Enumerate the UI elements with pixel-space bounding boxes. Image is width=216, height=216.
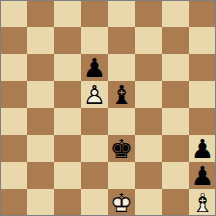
square-g5[interactable] — [162, 81, 189, 108]
piece-black-pawn: ♟ — [191, 163, 214, 189]
piece-white-king: ♔ — [108, 189, 135, 216]
square-f2[interactable] — [135, 162, 162, 189]
square-d7[interactable] — [81, 27, 108, 54]
square-g8[interactable] — [162, 0, 189, 27]
square-a7[interactable] — [0, 27, 27, 54]
square-g6[interactable] — [162, 54, 189, 81]
square-a6[interactable] — [0, 54, 27, 81]
square-f8[interactable] — [135, 0, 162, 27]
square-e7[interactable] — [108, 27, 135, 54]
square-c4[interactable] — [54, 108, 81, 135]
square-g3[interactable] — [162, 135, 189, 162]
square-b7[interactable] — [27, 27, 54, 54]
square-d4[interactable] — [81, 108, 108, 135]
piece-black-pawn: ♟ — [83, 55, 106, 81]
square-b1[interactable] — [27, 189, 54, 216]
square-d3[interactable] — [81, 135, 108, 162]
square-g4[interactable] — [162, 108, 189, 135]
square-f6[interactable] — [135, 54, 162, 81]
square-a3[interactable] — [0, 135, 27, 162]
square-e4[interactable] — [108, 108, 135, 135]
square-f4[interactable] — [135, 108, 162, 135]
square-h2[interactable]: ♟ — [189, 162, 216, 189]
square-h4[interactable] — [189, 108, 216, 135]
square-e6[interactable] — [108, 54, 135, 81]
square-e1[interactable]: ♚♔ — [108, 189, 135, 216]
piece-black-bishop: ♝ — [110, 82, 133, 108]
square-c7[interactable] — [54, 27, 81, 54]
chess-diagram: ♟♟♙♝♚♟♟♚♔♝♗ — [0, 0, 216, 216]
square-a1[interactable] — [0, 189, 27, 216]
square-b5[interactable] — [27, 81, 54, 108]
square-c5[interactable] — [54, 81, 81, 108]
square-e5[interactable]: ♝ — [108, 81, 135, 108]
square-c6[interactable] — [54, 54, 81, 81]
square-f7[interactable] — [135, 27, 162, 54]
square-d2[interactable] — [81, 162, 108, 189]
square-f1[interactable] — [135, 189, 162, 216]
square-d6[interactable]: ♟ — [81, 54, 108, 81]
square-g2[interactable] — [162, 162, 189, 189]
square-b6[interactable] — [27, 54, 54, 81]
square-d8[interactable] — [81, 0, 108, 27]
square-e3[interactable]: ♚ — [108, 135, 135, 162]
square-a4[interactable] — [0, 108, 27, 135]
square-c8[interactable] — [54, 0, 81, 27]
piece-black-pawn: ♟ — [191, 136, 214, 162]
square-b4[interactable] — [27, 108, 54, 135]
square-g7[interactable] — [162, 27, 189, 54]
square-a2[interactable] — [0, 162, 27, 189]
piece-white-bishop: ♗ — [189, 189, 216, 216]
square-e8[interactable] — [108, 0, 135, 27]
square-b8[interactable] — [27, 0, 54, 27]
square-b3[interactable] — [27, 135, 54, 162]
square-b2[interactable] — [27, 162, 54, 189]
square-d5[interactable]: ♟♙ — [81, 81, 108, 108]
square-a8[interactable] — [0, 0, 27, 27]
square-h3[interactable]: ♟ — [189, 135, 216, 162]
square-a5[interactable] — [0, 81, 27, 108]
square-d1[interactable] — [81, 189, 108, 216]
square-h6[interactable] — [189, 54, 216, 81]
square-h7[interactable] — [189, 27, 216, 54]
square-g1[interactable] — [162, 189, 189, 216]
square-f5[interactable] — [135, 81, 162, 108]
square-f3[interactable] — [135, 135, 162, 162]
piece-white-pawn: ♙ — [81, 81, 108, 108]
square-c2[interactable] — [54, 162, 81, 189]
piece-black-king: ♚ — [110, 136, 133, 162]
square-h5[interactable] — [189, 81, 216, 108]
square-c3[interactable] — [54, 135, 81, 162]
square-c1[interactable] — [54, 189, 81, 216]
square-h8[interactable] — [189, 0, 216, 27]
square-e2[interactable] — [108, 162, 135, 189]
chess-board: ♟♟♙♝♚♟♟♚♔♝♗ — [0, 0, 216, 216]
square-h1[interactable]: ♝♗ — [189, 189, 216, 216]
